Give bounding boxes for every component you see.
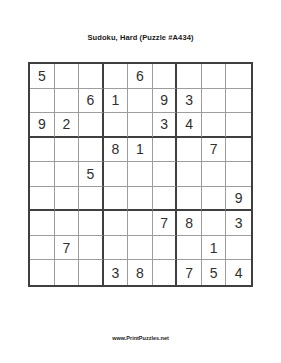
cell-r7c9[interactable]: 3 — [226, 211, 251, 236]
cell-r9c4[interactable]: 3 — [104, 260, 129, 285]
cell-r2c6[interactable]: 9 — [153, 89, 178, 114]
cell-r7c6[interactable]: 7 — [153, 211, 178, 236]
cell-r3c6[interactable]: 3 — [153, 113, 178, 138]
cell-r6c2[interactable] — [55, 187, 80, 212]
cell-r1c6[interactable] — [153, 64, 178, 89]
cell-r9c3[interactable] — [79, 260, 104, 285]
cell-r1c5[interactable]: 6 — [128, 64, 153, 89]
cell-r2c4[interactable]: 1 — [104, 89, 129, 114]
cell-r8c3[interactable] — [79, 236, 104, 261]
cell-r3c8[interactable] — [202, 113, 227, 138]
cell-r1c7[interactable] — [177, 64, 202, 89]
cell-r5c1[interactable] — [30, 162, 55, 187]
cell-r4c1[interactable] — [30, 138, 55, 163]
cell-r8c5[interactable] — [128, 236, 153, 261]
cell-r1c4[interactable] — [104, 64, 129, 89]
cell-r7c1[interactable] — [30, 211, 55, 236]
cell-r7c8[interactable] — [202, 211, 227, 236]
cell-r3c3[interactable] — [79, 113, 104, 138]
cell-r6c3[interactable] — [79, 187, 104, 212]
cell-r1c1[interactable]: 5 — [30, 64, 55, 89]
cell-r9c5[interactable]: 8 — [128, 260, 153, 285]
cell-r2c7[interactable]: 3 — [177, 89, 202, 114]
cell-r3c1[interactable]: 9 — [30, 113, 55, 138]
cell-r7c4[interactable] — [104, 211, 129, 236]
cell-r2c5[interactable] — [128, 89, 153, 114]
cell-r8c8[interactable]: 1 — [202, 236, 227, 261]
cell-r9c2[interactable] — [55, 260, 80, 285]
cell-r4c7[interactable] — [177, 138, 202, 163]
cell-r9c9[interactable]: 4 — [226, 260, 251, 285]
cell-r1c9[interactable] — [226, 64, 251, 89]
cell-r9c7[interactable]: 7 — [177, 260, 202, 285]
cell-r6c1[interactable] — [30, 187, 55, 212]
cell-r4c9[interactable] — [226, 138, 251, 163]
cell-r6c7[interactable] — [177, 187, 202, 212]
cell-r6c8[interactable] — [202, 187, 227, 212]
cell-r5c5[interactable] — [128, 162, 153, 187]
cell-r3c9[interactable] — [226, 113, 251, 138]
cell-r2c8[interactable] — [202, 89, 227, 114]
cell-r8c6[interactable] — [153, 236, 178, 261]
cell-r5c9[interactable] — [226, 162, 251, 187]
cell-r4c2[interactable] — [55, 138, 80, 163]
puzzle-title: Sudoku, Hard (Puzzle #A434) — [0, 33, 281, 42]
cell-r8c7[interactable] — [177, 236, 202, 261]
cell-r7c5[interactable] — [128, 211, 153, 236]
sudoku-board: 5661939234817597837138754 — [28, 62, 253, 287]
cell-r8c9[interactable] — [226, 236, 251, 261]
cell-r6c6[interactable] — [153, 187, 178, 212]
cell-r5c2[interactable] — [55, 162, 80, 187]
cell-r5c6[interactable] — [153, 162, 178, 187]
cell-r8c4[interactable] — [104, 236, 129, 261]
cell-r7c2[interactable] — [55, 211, 80, 236]
cell-r5c8[interactable] — [202, 162, 227, 187]
cell-r3c5[interactable] — [128, 113, 153, 138]
cell-r4c4[interactable]: 8 — [104, 138, 129, 163]
cell-r1c8[interactable] — [202, 64, 227, 89]
cell-r4c6[interactable] — [153, 138, 178, 163]
cell-r4c3[interactable] — [79, 138, 104, 163]
cell-r3c2[interactable]: 2 — [55, 113, 80, 138]
cell-r3c7[interactable]: 4 — [177, 113, 202, 138]
cell-r1c2[interactable] — [55, 64, 80, 89]
cell-r1c3[interactable] — [79, 64, 104, 89]
cell-r6c5[interactable] — [128, 187, 153, 212]
cell-r6c4[interactable] — [104, 187, 129, 212]
cell-r8c1[interactable] — [30, 236, 55, 261]
cell-r3c4[interactable] — [104, 113, 129, 138]
cell-r2c9[interactable] — [226, 89, 251, 114]
cell-r5c3[interactable]: 5 — [79, 162, 104, 187]
cell-r2c3[interactable]: 6 — [79, 89, 104, 114]
cell-r4c8[interactable]: 7 — [202, 138, 227, 163]
footer-url: www.PrintPuzzles.net — [0, 335, 281, 341]
cell-r7c3[interactable] — [79, 211, 104, 236]
cell-r7c7[interactable]: 8 — [177, 211, 202, 236]
cell-r5c7[interactable] — [177, 162, 202, 187]
cell-r9c6[interactable] — [153, 260, 178, 285]
cell-r9c8[interactable]: 5 — [202, 260, 227, 285]
cell-r9c1[interactable] — [30, 260, 55, 285]
cell-r2c2[interactable] — [55, 89, 80, 114]
cell-r2c1[interactable] — [30, 89, 55, 114]
cell-r6c9[interactable]: 9 — [226, 187, 251, 212]
cell-r8c2[interactable]: 7 — [55, 236, 80, 261]
cell-r4c5[interactable]: 1 — [128, 138, 153, 163]
cell-r5c4[interactable] — [104, 162, 129, 187]
puzzle-page: Sudoku, Hard (Puzzle #A434) 566193923481… — [0, 0, 281, 363]
